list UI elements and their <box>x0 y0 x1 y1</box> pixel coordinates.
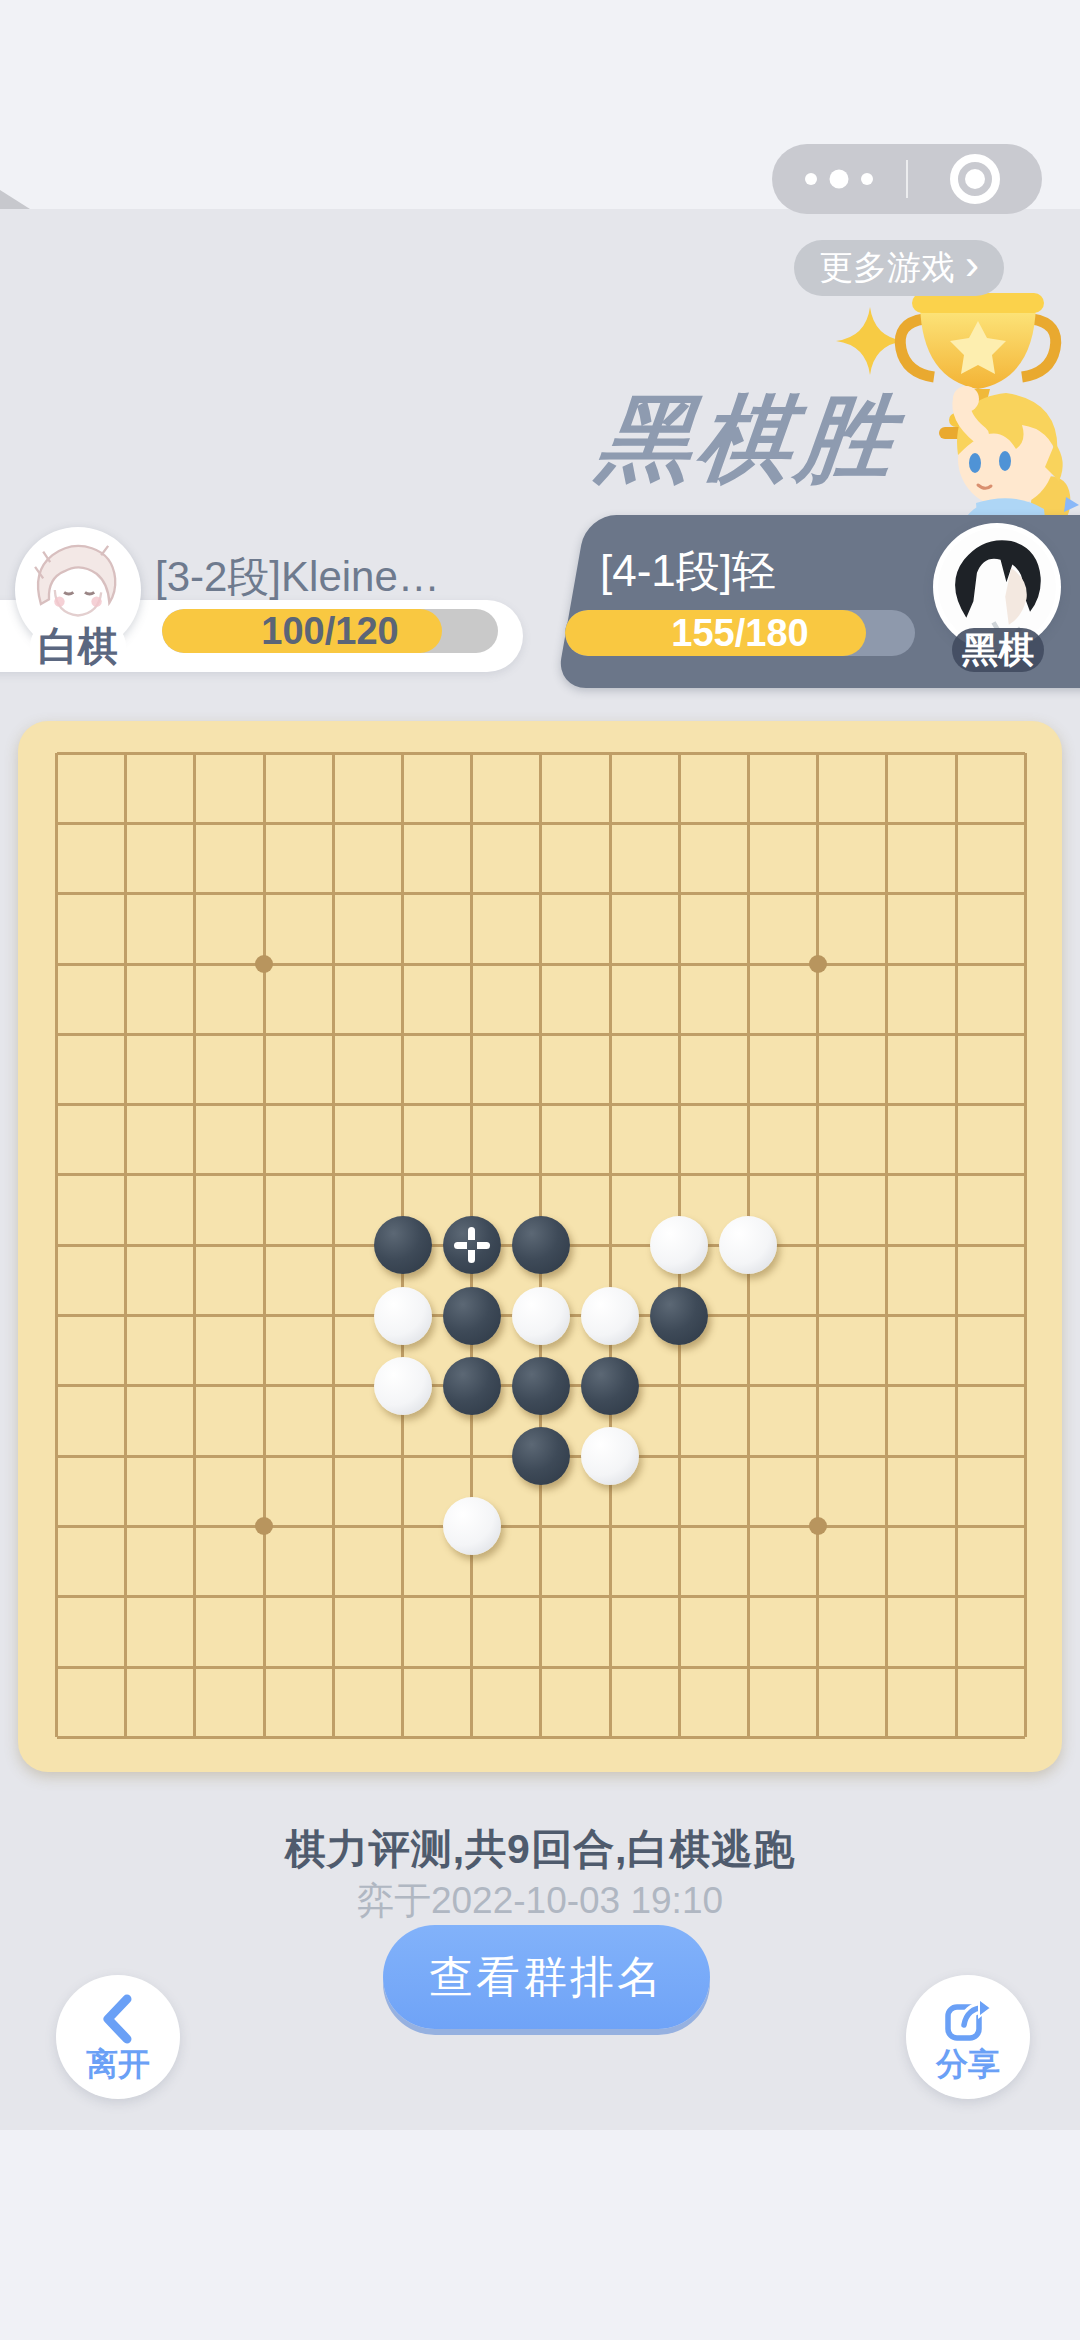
board-cell[interactable] <box>91 1491 160 1561</box>
board-cell[interactable] <box>783 1280 852 1350</box>
board-cell[interactable] <box>852 718 921 788</box>
board-cell[interactable] <box>852 1491 921 1561</box>
board-cell[interactable] <box>783 1491 852 1561</box>
board-cell[interactable] <box>991 1280 1060 1350</box>
board-cell[interactable] <box>368 929 437 999</box>
board-cell[interactable] <box>645 1632 714 1702</box>
board-cell[interactable] <box>230 859 299 929</box>
board-cell[interactable] <box>91 1702 160 1772</box>
board-cell[interactable] <box>714 1632 783 1702</box>
gomoku-board <box>18 721 1062 1772</box>
board-cell[interactable] <box>368 788 437 858</box>
board-cell[interactable] <box>506 788 575 858</box>
board-cell[interactable] <box>506 999 575 1069</box>
board-cell[interactable] <box>991 1069 1060 1139</box>
board-cell[interactable] <box>299 1632 368 1702</box>
board-cell[interactable] <box>437 1491 506 1561</box>
white-stone <box>719 1216 777 1274</box>
board-cell[interactable] <box>921 1421 990 1491</box>
board-cell[interactable] <box>160 1140 229 1210</box>
white-stone <box>443 1497 501 1555</box>
board-cell[interactable] <box>852 1351 921 1421</box>
board-cell[interactable] <box>576 929 645 999</box>
board-cell[interactable] <box>852 1069 921 1139</box>
board-cell[interactable] <box>230 1632 299 1702</box>
board-cell[interactable] <box>91 999 160 1069</box>
game-date-text: 弈于2022-10-03 19:10 <box>0 1876 1080 1926</box>
board-cell[interactable] <box>91 1140 160 1210</box>
board-cell[interactable] <box>852 788 921 858</box>
white-stone <box>374 1357 432 1415</box>
star-point <box>255 955 273 973</box>
bottom-safe-band <box>0 2130 1080 2340</box>
board-cell[interactable] <box>576 1069 645 1139</box>
leave-button[interactable]: 离开 <box>56 1975 180 2099</box>
board-cell[interactable] <box>368 718 437 788</box>
board-cell[interactable] <box>230 999 299 1069</box>
board-cell[interactable] <box>645 1280 714 1350</box>
board-cell[interactable] <box>645 999 714 1069</box>
board-cell[interactable] <box>714 1280 783 1350</box>
board-cell[interactable] <box>783 1210 852 1280</box>
board-cell[interactable] <box>299 1210 368 1280</box>
board-cell[interactable] <box>230 1421 299 1491</box>
board-cell[interactable] <box>160 859 229 929</box>
board-cell[interactable] <box>714 1562 783 1632</box>
board-cell[interactable] <box>714 929 783 999</box>
board-cell[interactable] <box>299 859 368 929</box>
board-cell[interactable] <box>645 1351 714 1421</box>
board-cell[interactable] <box>299 1562 368 1632</box>
board-cell[interactable] <box>783 1632 852 1702</box>
board-cell[interactable] <box>22 1491 91 1561</box>
board-cell[interactable] <box>576 1491 645 1561</box>
board-cell[interactable] <box>576 1562 645 1632</box>
board-cell[interactable] <box>437 999 506 1069</box>
share-button-label: 分享 <box>936 2047 1000 2081</box>
board-cell[interactable] <box>230 1562 299 1632</box>
black-stone <box>512 1216 570 1274</box>
board-cell[interactable] <box>852 929 921 999</box>
black-stone <box>443 1216 501 1274</box>
board-cell[interactable] <box>783 999 852 1069</box>
board-cell[interactable] <box>991 1351 1060 1421</box>
board-cell[interactable] <box>368 1210 437 1280</box>
board-cell[interactable] <box>991 788 1060 858</box>
board-cell[interactable] <box>91 718 160 788</box>
board-cell[interactable] <box>299 718 368 788</box>
ellipsis-dots-icon <box>793 164 885 194</box>
board-cell[interactable] <box>22 1280 91 1350</box>
board-cell[interactable] <box>437 788 506 858</box>
board-cell[interactable] <box>91 1069 160 1139</box>
wechat-capsule <box>772 144 1042 214</box>
corner-wedge-decoration <box>0 190 30 209</box>
board-cell[interactable] <box>22 1210 91 1280</box>
board-cell[interactable] <box>91 1210 160 1280</box>
board-cell[interactable] <box>714 1421 783 1491</box>
board-cell[interactable] <box>645 1491 714 1561</box>
board-cell[interactable] <box>645 1069 714 1139</box>
board-cell[interactable] <box>299 1069 368 1139</box>
board-cell[interactable] <box>714 859 783 929</box>
board-cell[interactable] <box>506 1351 575 1421</box>
board-cell[interactable] <box>160 1351 229 1421</box>
board-cell[interactable] <box>160 718 229 788</box>
board-cell[interactable] <box>299 1351 368 1421</box>
white-stone <box>512 1287 570 1345</box>
more-games-button[interactable]: 更多游戏 › <box>794 240 1004 296</box>
board-cell[interactable] <box>991 1140 1060 1210</box>
view-group-ranking-label: 查看群排名 <box>429 1948 664 2007</box>
board-cell[interactable] <box>299 1421 368 1491</box>
board-cell[interactable] <box>921 1140 990 1210</box>
board-cell[interactable] <box>230 929 299 999</box>
board-cell[interactable] <box>506 1280 575 1350</box>
white-player-name: [3-2段]Kleine… <box>155 549 440 605</box>
board-cell[interactable] <box>783 929 852 999</box>
share-button[interactable]: 分享 <box>906 1975 1030 2099</box>
board-cell[interactable] <box>437 859 506 929</box>
board-cell[interactable] <box>783 788 852 858</box>
board-cell[interactable] <box>437 1632 506 1702</box>
board-cell[interactable] <box>230 1140 299 1210</box>
board-cell[interactable] <box>576 1140 645 1210</box>
board-grid <box>22 718 1060 1772</box>
board-cell[interactable] <box>299 999 368 1069</box>
game-summary-text: 棋力评测,共9回合,白棋逃跑 <box>0 1822 1080 1877</box>
board-cell[interactable] <box>783 1562 852 1632</box>
board-cell[interactable] <box>576 718 645 788</box>
board-cell[interactable] <box>506 1491 575 1561</box>
board-cell[interactable] <box>91 1280 160 1350</box>
board-cell[interactable] <box>991 1632 1060 1702</box>
more-games-label: 更多游戏 <box>819 245 955 291</box>
board-cell[interactable] <box>576 859 645 929</box>
board-cell[interactable] <box>160 1562 229 1632</box>
board-cell[interactable] <box>852 1280 921 1350</box>
board-cell[interactable] <box>921 929 990 999</box>
board-cell[interactable] <box>437 1702 506 1772</box>
board-cell[interactable] <box>91 1351 160 1421</box>
share-icon <box>942 1993 994 2045</box>
board-cell[interactable] <box>230 718 299 788</box>
board-cell[interactable] <box>921 1562 990 1632</box>
board-cell[interactable] <box>645 1702 714 1772</box>
board-cell[interactable] <box>991 1562 1060 1632</box>
board-cell[interactable] <box>91 929 160 999</box>
board-cell[interactable] <box>91 1632 160 1702</box>
board-cell[interactable] <box>91 788 160 858</box>
board-cell[interactable] <box>368 1702 437 1772</box>
board-cell[interactable] <box>852 1210 921 1280</box>
board-cell[interactable] <box>368 859 437 929</box>
black-side-label: 黑棋 <box>952 628 1044 672</box>
board-cell[interactable] <box>921 788 990 858</box>
board-cell[interactable] <box>160 1491 229 1561</box>
board-cell[interactable] <box>576 1702 645 1772</box>
board-cell[interactable] <box>921 718 990 788</box>
star-point <box>255 1517 273 1535</box>
board-cell[interactable] <box>437 1069 506 1139</box>
board-cell[interactable] <box>645 929 714 999</box>
board-cell[interactable] <box>645 1562 714 1632</box>
board-cell[interactable] <box>22 1140 91 1210</box>
board-cell[interactable] <box>645 718 714 788</box>
black-stone <box>581 1357 639 1415</box>
board-cell[interactable] <box>368 1562 437 1632</box>
board-cell[interactable] <box>921 999 990 1069</box>
board-cell[interactable] <box>714 1210 783 1280</box>
board-cell[interactable] <box>991 929 1060 999</box>
board-cell[interactable] <box>368 1140 437 1210</box>
board-cell[interactable] <box>160 1280 229 1350</box>
board-cell[interactable] <box>991 718 1060 788</box>
sparkle-icon <box>836 307 904 375</box>
board-cell[interactable] <box>506 1069 575 1139</box>
board-cell[interactable] <box>91 1562 160 1632</box>
board-cell[interactable] <box>160 1421 229 1491</box>
board-cell[interactable] <box>921 1069 990 1139</box>
board-cell[interactable] <box>576 1632 645 1702</box>
board-cell[interactable] <box>160 1632 229 1702</box>
board-cell[interactable] <box>368 1421 437 1491</box>
star-point <box>809 1517 827 1535</box>
board-cell[interactable] <box>783 859 852 929</box>
board-cell[interactable] <box>160 1210 229 1280</box>
board-cell[interactable] <box>437 1210 506 1280</box>
black-stone <box>443 1357 501 1415</box>
board-cell[interactable] <box>991 1210 1060 1280</box>
black-progress-bar: 155/180 <box>565 610 915 656</box>
board-cell[interactable] <box>645 1210 714 1280</box>
board-cell[interactable] <box>160 1069 229 1139</box>
board-cell[interactable] <box>714 1140 783 1210</box>
board-cell[interactable] <box>22 999 91 1069</box>
board-cell[interactable] <box>576 788 645 858</box>
board-cell[interactable] <box>783 1351 852 1421</box>
board-cell[interactable] <box>714 1702 783 1772</box>
board-cell[interactable] <box>921 1702 990 1772</box>
board-cell[interactable] <box>506 1702 575 1772</box>
board-cell[interactable] <box>506 718 575 788</box>
board-cell[interactable] <box>368 1351 437 1421</box>
board-cell[interactable] <box>437 1280 506 1350</box>
black-stone <box>443 1287 501 1345</box>
board-cell[interactable] <box>783 1702 852 1772</box>
board-cell[interactable] <box>437 1140 506 1210</box>
last-move-marker <box>454 1227 490 1263</box>
board-cell[interactable] <box>576 1351 645 1421</box>
board-cell[interactable] <box>230 1702 299 1772</box>
board-cell[interactable] <box>506 1210 575 1280</box>
board-cell[interactable] <box>230 1210 299 1280</box>
board-cell[interactable] <box>368 1632 437 1702</box>
board-cell[interactable] <box>160 1702 229 1772</box>
board-cell[interactable] <box>921 1632 990 1702</box>
board-cell[interactable] <box>160 999 229 1069</box>
white-side-label: 白棋 <box>30 620 126 672</box>
board-cell[interactable] <box>783 1069 852 1139</box>
board-cell[interactable] <box>576 1280 645 1350</box>
board-cell[interactable] <box>921 1351 990 1421</box>
board-cell[interactable] <box>299 1491 368 1561</box>
white-stone <box>581 1287 639 1345</box>
board-cell[interactable] <box>576 999 645 1069</box>
board-cell[interactable] <box>506 1632 575 1702</box>
board-cell[interactable] <box>230 1351 299 1421</box>
board-cell[interactable] <box>852 1140 921 1210</box>
chevron-left-icon <box>95 1993 141 2045</box>
black-stone <box>512 1357 570 1415</box>
board-cell[interactable] <box>22 1702 91 1772</box>
board-cell[interactable] <box>921 1491 990 1561</box>
board-cell[interactable] <box>22 1421 91 1491</box>
board-cell[interactable] <box>22 718 91 788</box>
board-cell[interactable] <box>576 1421 645 1491</box>
board-cell[interactable] <box>22 1069 91 1139</box>
board-cell[interactable] <box>368 1069 437 1139</box>
board-cell[interactable] <box>22 859 91 929</box>
white-stone <box>650 1216 708 1274</box>
board-cell[interactable] <box>714 1069 783 1139</box>
board-cell[interactable] <box>368 999 437 1069</box>
board-cell[interactable] <box>299 1280 368 1350</box>
board-cell[interactable] <box>230 1280 299 1350</box>
app-screen: 更多游戏 › 黑棋胜 <box>0 0 1080 2340</box>
board-cell[interactable] <box>783 718 852 788</box>
board-cell[interactable] <box>299 1702 368 1772</box>
board-cell[interactable] <box>714 999 783 1069</box>
board-cell[interactable] <box>368 1491 437 1561</box>
board-cell[interactable] <box>437 718 506 788</box>
board-cell[interactable] <box>506 1421 575 1491</box>
board-cell[interactable] <box>921 859 990 929</box>
board-cell[interactable] <box>91 859 160 929</box>
board-cell[interactable] <box>783 1421 852 1491</box>
board-cell[interactable] <box>506 859 575 929</box>
board-cell[interactable] <box>714 1491 783 1561</box>
board-cell[interactable] <box>230 788 299 858</box>
white-score-text: 100/120 <box>162 609 498 653</box>
board-cell[interactable] <box>645 1140 714 1210</box>
board-cell[interactable] <box>22 1632 91 1702</box>
board-cell[interactable] <box>991 1702 1060 1772</box>
board-cell[interactable] <box>506 1562 575 1632</box>
board-cell[interactable] <box>437 1562 506 1632</box>
board-cell[interactable] <box>22 929 91 999</box>
black-player-name: [4-1段]轻 <box>600 542 776 601</box>
board-cell[interactable] <box>437 929 506 999</box>
board-cell[interactable] <box>645 1421 714 1491</box>
black-stone <box>650 1287 708 1345</box>
board-cell[interactable] <box>991 999 1060 1069</box>
capsule-more-button[interactable] <box>772 144 906 214</box>
board-cell[interactable] <box>714 1351 783 1421</box>
board-cell[interactable] <box>921 1210 990 1280</box>
board-cell[interactable] <box>230 1491 299 1561</box>
board-cell[interactable] <box>91 1421 160 1491</box>
board-cell[interactable] <box>299 788 368 858</box>
white-progress-bar: 100/120 <box>162 609 498 653</box>
board-cell[interactable] <box>22 1351 91 1421</box>
black-score-text: 155/180 <box>565 610 915 656</box>
board-cell[interactable] <box>22 788 91 858</box>
black-stone <box>374 1216 432 1274</box>
board-cell[interactable] <box>714 718 783 788</box>
board-cell[interactable] <box>299 929 368 999</box>
board-cell[interactable] <box>783 1140 852 1210</box>
white-stone <box>581 1427 639 1485</box>
board-cell[interactable] <box>506 929 575 999</box>
board-cell[interactable] <box>921 1280 990 1350</box>
board-cell[interactable] <box>852 1702 921 1772</box>
capsule-exit-button[interactable] <box>908 144 1042 214</box>
board-cell[interactable] <box>506 1140 575 1210</box>
view-group-ranking-button[interactable]: 查看群排名 <box>383 1925 710 2029</box>
board-cell[interactable] <box>576 1210 645 1280</box>
board-cell[interactable] <box>852 999 921 1069</box>
board-cell[interactable] <box>645 859 714 929</box>
board-cell[interactable] <box>437 1351 506 1421</box>
board-cell[interactable] <box>160 929 229 999</box>
black-stone <box>512 1427 570 1485</box>
target-circle-icon <box>945 149 1005 209</box>
board-cell[interactable] <box>852 1421 921 1491</box>
board-cell[interactable] <box>991 859 1060 929</box>
board-cell[interactable] <box>852 1562 921 1632</box>
board-cell[interactable] <box>437 1421 506 1491</box>
board-cell[interactable] <box>230 1069 299 1139</box>
white-stone <box>374 1287 432 1345</box>
board-cell[interactable] <box>991 1421 1060 1491</box>
board-cell[interactable] <box>852 1632 921 1702</box>
board-cell[interactable] <box>991 1491 1060 1561</box>
chevron-right-icon: › <box>965 248 979 282</box>
board-cell[interactable] <box>22 1562 91 1632</box>
star-point <box>809 955 827 973</box>
leave-button-label: 离开 <box>86 2047 150 2081</box>
board-cell[interactable] <box>299 1140 368 1210</box>
board-cell[interactable] <box>160 788 229 858</box>
board-cell[interactable] <box>368 1280 437 1350</box>
board-cell[interactable] <box>852 859 921 929</box>
board-cell[interactable] <box>714 788 783 858</box>
board-cell[interactable] <box>645 788 714 858</box>
